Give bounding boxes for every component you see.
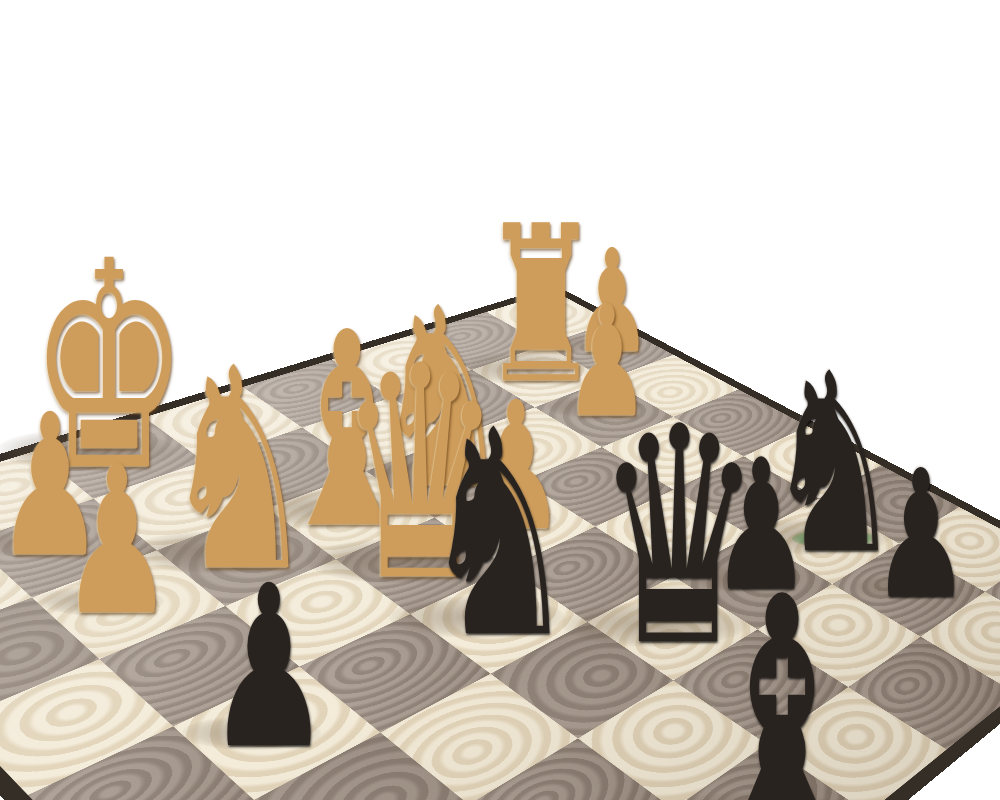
product-photo-scene: ♟♜♟♚♞♝♟♞♟♞♛♟♟♟♞♛♟♝♟♜ — [0, 0, 1000, 800]
chess-board — [0, 285, 1000, 800]
board-squares — [0, 291, 1000, 800]
